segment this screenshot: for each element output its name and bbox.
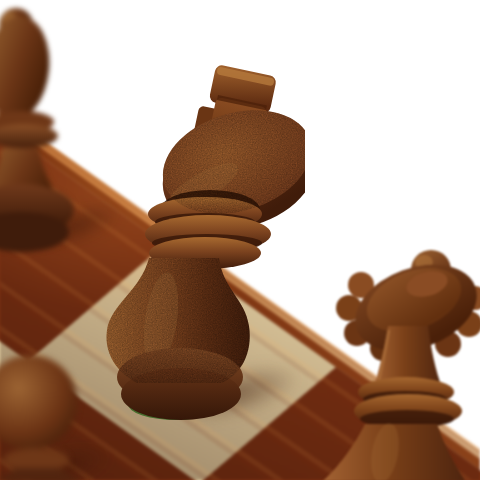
pawn-head [0,355,77,449]
black-king-piece[interactable] [95,52,305,442]
bishop-mitre [0,13,54,123]
pawn-body [0,468,85,480]
chess-photo-scene [0,0,480,480]
black-queen-piece[interactable] [285,238,480,480]
